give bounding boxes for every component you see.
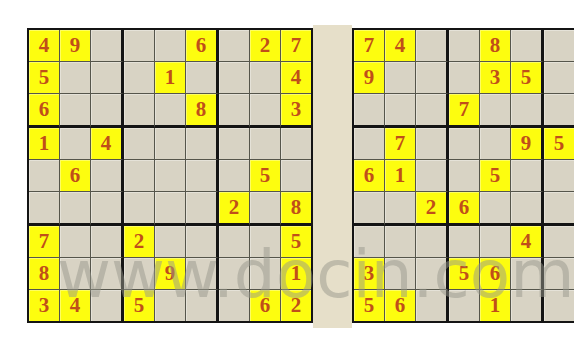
- left-sudoku-cell-r5c4[interactable]: [124, 160, 155, 192]
- left-sudoku-cell-r3c2[interactable]: [60, 94, 91, 128]
- left-sudoku-cell-r8c8[interactable]: [250, 258, 281, 290]
- right-sudoku-cell-r8c4: 5: [449, 258, 480, 290]
- right-sudoku-cell-r7c5[interactable]: [480, 226, 511, 258]
- left-sudoku-cell-r9c6[interactable]: [186, 290, 219, 321]
- left-sudoku-cell-r6c1[interactable]: [29, 192, 60, 226]
- right-sudoku-cell-r8c2[interactable]: [385, 258, 416, 290]
- right-sudoku-cell-r2c1: 9: [354, 62, 385, 94]
- right-sudoku-cell-r2c6: 5: [511, 62, 544, 94]
- right-sudoku-cell-r9c5: 1: [480, 290, 511, 321]
- left-sudoku-cell-r4c5[interactable]: [155, 128, 186, 160]
- right-sudoku-cell-r3c6[interactable]: [511, 94, 544, 128]
- left-sudoku-cell-r4c8[interactable]: [250, 128, 281, 160]
- left-sudoku-cell-r2c3[interactable]: [91, 62, 124, 94]
- left-sudoku-cell-r7c6[interactable]: [186, 226, 219, 258]
- right-sudoku-cell-r6c4: 6: [449, 192, 480, 226]
- right-sudoku-cell-r8c5: 6: [480, 258, 511, 290]
- right-sudoku-cell-r4c1[interactable]: [354, 128, 385, 160]
- left-sudoku-cell-r5c8: 5: [250, 160, 281, 192]
- left-sudoku-cell-r4c4[interactable]: [124, 128, 155, 160]
- left-sudoku-cell-r4c7[interactable]: [219, 128, 250, 160]
- sudoku-board-left: 4962751468314652872589134562: [27, 28, 313, 323]
- right-sudoku-cell-r3c1[interactable]: [354, 94, 385, 128]
- left-sudoku-cell-r7c4: 2: [124, 226, 155, 258]
- right-sudoku-cell-r9c2: 6: [385, 290, 416, 321]
- left-sudoku-cell-r2c9: 4: [281, 62, 311, 94]
- left-sudoku-cell-r5c3[interactable]: [91, 160, 124, 192]
- left-sudoku-cell-r7c8[interactable]: [250, 226, 281, 258]
- right-sudoku-cell-r3c2[interactable]: [385, 94, 416, 128]
- left-sudoku-cell-r4c1: 1: [29, 128, 60, 160]
- right-sudoku-cell-r5c2: 1: [385, 160, 416, 192]
- right-sudoku-cell-r8c3[interactable]: [416, 258, 449, 290]
- left-sudoku-cell-r5c7[interactable]: [219, 160, 250, 192]
- right-sudoku-cell-r1c7[interactable]: [544, 30, 574, 62]
- left-sudoku-cell-r6c6[interactable]: [186, 192, 219, 226]
- left-sudoku-cell-r8c5: 9: [155, 258, 186, 290]
- left-sudoku-cell-r7c9: 5: [281, 226, 311, 258]
- left-sudoku-cell-r1c3[interactable]: [91, 30, 124, 62]
- left-sudoku-cell-r6c5[interactable]: [155, 192, 186, 226]
- right-sudoku-cell-r9c3[interactable]: [416, 290, 449, 321]
- right-sudoku-cell-r6c7[interactable]: [544, 192, 574, 226]
- left-sudoku-cell-r3c3[interactable]: [91, 94, 124, 128]
- left-sudoku-cell-r7c5[interactable]: [155, 226, 186, 258]
- right-sudoku-cell-r9c6[interactable]: [511, 290, 544, 321]
- left-sudoku-cell-r5c1[interactable]: [29, 160, 60, 192]
- left-sudoku-cell-r4c3: 4: [91, 128, 124, 160]
- right-sudoku-cell-r5c1: 6: [354, 160, 385, 192]
- right-sudoku-cell-r7c7[interactable]: [544, 226, 574, 258]
- left-sudoku-cell-r1c1: 4: [29, 30, 60, 62]
- left-sudoku-cell-r6c2[interactable]: [60, 192, 91, 226]
- right-sudoku-cell-r9c4[interactable]: [449, 290, 480, 321]
- right-sudoku-cell-r1c3[interactable]: [416, 30, 449, 62]
- left-sudoku-cell-r8c9: 1: [281, 258, 311, 290]
- left-sudoku-cell-r4c2[interactable]: [60, 128, 91, 160]
- right-sudoku-cell-r4c5[interactable]: [480, 128, 511, 160]
- right-sudoku-cell-r9c7[interactable]: [544, 290, 574, 321]
- left-sudoku-cell-r2c4[interactable]: [124, 62, 155, 94]
- right-sudoku-cell-r5c5: 5: [480, 160, 511, 192]
- left-sudoku-cell-r5c2: 6: [60, 160, 91, 192]
- right-sudoku-cell-r6c1[interactable]: [354, 192, 385, 226]
- right-sudoku-cell-r5c4[interactable]: [449, 160, 480, 192]
- left-sudoku-cell-r3c9: 3: [281, 94, 311, 128]
- left-sudoku-cell-r9c9: 2: [281, 290, 311, 321]
- left-sudoku-cell-r2c8[interactable]: [250, 62, 281, 94]
- left-sudoku-cell-r6c7: 2: [219, 192, 250, 226]
- right-sudoku-cell-r4c2: 7: [385, 128, 416, 160]
- left-sudoku-cell-r9c8: 6: [250, 290, 281, 321]
- left-sudoku-cell-r9c1: 3: [29, 290, 60, 321]
- left-sudoku-cell-r1c7[interactable]: [219, 30, 250, 62]
- left-sudoku-cell-r8c7[interactable]: [219, 258, 250, 290]
- left-sudoku-cell-r4c9[interactable]: [281, 128, 311, 160]
- left-sudoku-cell-r7c2[interactable]: [60, 226, 91, 258]
- left-sudoku-cell-r6c8[interactable]: [250, 192, 281, 226]
- right-sudoku-cell-r8c1: 3: [354, 258, 385, 290]
- left-sudoku-cell-r4c6[interactable]: [186, 128, 219, 160]
- right-sudoku-cell-r8c7[interactable]: [544, 258, 574, 290]
- right-sudoku-cell-r1c4[interactable]: [449, 30, 480, 62]
- left-sudoku-cell-r6c9: 8: [281, 192, 311, 226]
- right-sudoku-cell-r6c3: 2: [416, 192, 449, 226]
- left-sudoku-cell-r7c7[interactable]: [219, 226, 250, 258]
- right-sudoku-cell-r2c3[interactable]: [416, 62, 449, 94]
- left-sudoku-cell-r1c8: 2: [250, 30, 281, 62]
- right-sudoku-cell-r1c5: 8: [480, 30, 511, 62]
- right-sudoku-cell-r4c6: 9: [511, 128, 544, 160]
- right-sudoku-cell-r3c3[interactable]: [416, 94, 449, 128]
- right-sudoku-cell-r7c6: 4: [511, 226, 544, 258]
- right-sudoku-cell-r7c1[interactable]: [354, 226, 385, 258]
- right-sudoku-cell-r1c2: 4: [385, 30, 416, 62]
- right-sudoku-cell-r7c3[interactable]: [416, 226, 449, 258]
- left-sudoku-cell-r6c3[interactable]: [91, 192, 124, 226]
- left-sudoku-cell-r2c2[interactable]: [60, 62, 91, 94]
- left-sudoku-cell-r8c2[interactable]: [60, 258, 91, 290]
- right-sudoku-cell-r7c4[interactable]: [449, 226, 480, 258]
- left-sudoku-cell-r2c5: 1: [155, 62, 186, 94]
- right-sudoku-cell-r4c4[interactable]: [449, 128, 480, 160]
- right-sudoku-cell-r3c4: 7: [449, 94, 480, 128]
- right-sudoku-cell-r6c5[interactable]: [480, 192, 511, 226]
- right-sudoku-cell-r1c6[interactable]: [511, 30, 544, 62]
- page: 4962751468314652872589134562 74893577956…: [0, 0, 574, 359]
- left-sudoku-cell-r1c2: 9: [60, 30, 91, 62]
- right-sudoku-cell-r8c6[interactable]: [511, 258, 544, 290]
- left-sudoku-cell-r1c4[interactable]: [124, 30, 155, 62]
- right-sudoku-cell-r5c7[interactable]: [544, 160, 574, 192]
- left-sudoku-cell-r2c6[interactable]: [186, 62, 219, 94]
- right-sudoku-cell-r2c5: 3: [480, 62, 511, 94]
- right-sudoku-cell-r4c7: 5: [544, 128, 574, 160]
- page-gutter: [313, 25, 352, 328]
- right-sudoku-cell-r6c2[interactable]: [385, 192, 416, 226]
- left-sudoku-cell-r5c5[interactable]: [155, 160, 186, 192]
- left-sudoku-cell-r3c5[interactable]: [155, 94, 186, 128]
- left-sudoku-cell-r3c4[interactable]: [124, 94, 155, 128]
- left-sudoku-cell-r1c6: 6: [186, 30, 219, 62]
- left-sudoku-cell-r9c5[interactable]: [155, 290, 186, 321]
- right-sudoku-cell-r9c1: 5: [354, 290, 385, 321]
- left-sudoku-cell-r3c7[interactable]: [219, 94, 250, 128]
- left-sudoku-cell-r1c9: 7: [281, 30, 311, 62]
- left-sudoku-cell-r9c2: 4: [60, 290, 91, 321]
- left-sudoku-cell-r9c4: 5: [124, 290, 155, 321]
- left-sudoku-cell-r1c5[interactable]: [155, 30, 186, 62]
- right-sudoku-cell-r5c3[interactable]: [416, 160, 449, 192]
- left-sudoku-cell-r2c1: 5: [29, 62, 60, 94]
- left-sudoku-cell-r3c8[interactable]: [250, 94, 281, 128]
- left-sudoku-cell-r7c1: 7: [29, 226, 60, 258]
- left-sudoku-cell-r9c7[interactable]: [219, 290, 250, 321]
- left-sudoku-cell-r5c9[interactable]: [281, 160, 311, 192]
- left-sudoku-cell-r8c4[interactable]: [124, 258, 155, 290]
- right-sudoku-cell-r5c6[interactable]: [511, 160, 544, 192]
- left-sudoku-cell-r9c3[interactable]: [91, 290, 124, 321]
- left-sudoku-cell-r7c3[interactable]: [91, 226, 124, 258]
- sudoku-board-right: 7489357795615264356561: [352, 28, 574, 323]
- left-sudoku-cell-r6c4[interactable]: [124, 192, 155, 226]
- right-sudoku-cell-r2c7[interactable]: [544, 62, 574, 94]
- right-sudoku-cell-r6c6[interactable]: [511, 192, 544, 226]
- right-sudoku-cell-r2c2[interactable]: [385, 62, 416, 94]
- left-sudoku-cell-r8c3[interactable]: [91, 258, 124, 290]
- right-sudoku-cell-r7c2[interactable]: [385, 226, 416, 258]
- left-sudoku-cell-r8c1: 8: [29, 258, 60, 290]
- right-sudoku-cell-r4c3[interactable]: [416, 128, 449, 160]
- left-sudoku-cell-r3c1: 6: [29, 94, 60, 128]
- left-sudoku-cell-r5c6[interactable]: [186, 160, 219, 192]
- right-sudoku-cell-r2c4[interactable]: [449, 62, 480, 94]
- left-sudoku-cell-r2c7[interactable]: [219, 62, 250, 94]
- right-sudoku-cell-r3c7[interactable]: [544, 94, 574, 128]
- right-sudoku-cell-r1c1: 7: [354, 30, 385, 62]
- left-sudoku-cell-r8c6[interactable]: [186, 258, 219, 290]
- left-sudoku-cell-r3c6: 8: [186, 94, 219, 128]
- right-sudoku-cell-r3c5[interactable]: [480, 94, 511, 128]
